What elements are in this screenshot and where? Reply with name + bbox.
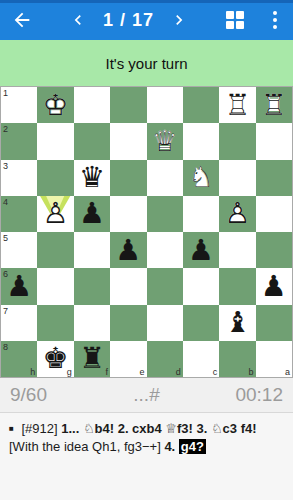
back-button[interactable] bbox=[0, 0, 44, 40]
square-a8[interactable]: a bbox=[256, 341, 292, 377]
rank-label-1: 1 bbox=[3, 88, 8, 98]
puzzle-list-button[interactable] bbox=[213, 0, 257, 40]
square-g6[interactable] bbox=[37, 268, 73, 304]
square-e3[interactable] bbox=[110, 160, 146, 196]
square-b2[interactable] bbox=[219, 123, 255, 159]
overflow-menu-icon bbox=[273, 11, 277, 29]
white-rook-b1[interactable]: ♜♖ bbox=[219, 87, 255, 123]
rank-label-5: 5 bbox=[3, 233, 8, 243]
notation-segment-3: [With the idea Qh1, fg3−+] bbox=[9, 439, 164, 454]
square-b3[interactable] bbox=[219, 160, 255, 196]
square-f4[interactable]: ♟ bbox=[74, 196, 110, 232]
square-a3[interactable] bbox=[256, 160, 292, 196]
file-label-b: b bbox=[249, 367, 254, 377]
square-c4[interactable] bbox=[183, 196, 219, 232]
previous-puzzle-button[interactable] bbox=[65, 0, 91, 40]
square-g5[interactable] bbox=[37, 232, 73, 268]
square-f7[interactable] bbox=[74, 305, 110, 341]
square-d2[interactable]: ♛♕ bbox=[147, 123, 183, 159]
square-h6[interactable]: 6♟ bbox=[1, 268, 37, 304]
rank-label-8: 8 bbox=[3, 342, 8, 352]
puzzle-pager: 1 / 17 bbox=[65, 0, 192, 40]
square-c6[interactable] bbox=[183, 268, 219, 304]
square-d6[interactable] bbox=[147, 268, 183, 304]
rank-label-4: 4 bbox=[3, 197, 8, 207]
square-d8[interactable]: d bbox=[147, 341, 183, 377]
rank-label-2: 2 bbox=[3, 124, 8, 134]
chess-trainer-app: 1 / 17 It's your turn 1♚♔♜♖♜♖2♛♕3♛♞♘4♟♙♟… bbox=[0, 0, 293, 500]
turn-banner: It's your turn bbox=[0, 40, 293, 86]
square-b1[interactable]: ♜♖ bbox=[219, 87, 255, 123]
square-b7[interactable]: ♝ bbox=[219, 305, 255, 341]
square-e7[interactable] bbox=[110, 305, 146, 341]
square-c8[interactable]: c bbox=[183, 341, 219, 377]
file-label-g: g bbox=[67, 367, 72, 377]
white-pawn-g4[interactable]: ♟♙ bbox=[37, 196, 73, 232]
square-a2[interactable] bbox=[256, 123, 292, 159]
puzzle-counter: 1 / 17 bbox=[97, 10, 160, 31]
square-e6[interactable] bbox=[110, 268, 146, 304]
square-c7[interactable] bbox=[183, 305, 219, 341]
white-pawn-b4[interactable]: ♟♙ bbox=[219, 196, 255, 232]
turn-banner-text: It's your turn bbox=[105, 55, 187, 72]
square-b5[interactable] bbox=[219, 232, 255, 268]
square-g4[interactable]: ♟♙ bbox=[37, 196, 73, 232]
square-g3[interactable] bbox=[37, 160, 73, 196]
square-h4[interactable]: 4 bbox=[1, 196, 37, 232]
grid-view-icon bbox=[226, 11, 244, 29]
white-queen-d2[interactable]: ♛♕ bbox=[147, 123, 183, 159]
file-label-e: e bbox=[139, 367, 144, 377]
square-g8[interactable]: g♚ bbox=[37, 341, 73, 377]
square-b4[interactable]: ♟♙ bbox=[219, 196, 255, 232]
square-e5[interactable]: ♟ bbox=[110, 232, 146, 268]
square-a1[interactable]: ♜♖ bbox=[256, 87, 292, 123]
square-f8[interactable]: f♜ bbox=[74, 341, 110, 377]
square-e8[interactable]: e bbox=[110, 341, 146, 377]
rank-label-6: 6 bbox=[3, 269, 8, 279]
square-f6[interactable] bbox=[74, 268, 110, 304]
square-h2[interactable]: 2 bbox=[1, 123, 37, 159]
black-bishop-b7[interactable]: ♝ bbox=[219, 305, 255, 341]
file-label-a: a bbox=[285, 367, 290, 377]
file-label-h: h bbox=[30, 367, 35, 377]
square-d5[interactable] bbox=[147, 232, 183, 268]
square-g2[interactable] bbox=[37, 123, 73, 159]
square-c1[interactable] bbox=[183, 87, 219, 123]
file-label-f: f bbox=[106, 367, 109, 377]
square-h7[interactable]: 7 bbox=[1, 305, 37, 341]
rank-label-7: 7 bbox=[3, 306, 8, 316]
square-a6[interactable]: ♟ bbox=[256, 268, 292, 304]
status-bar: 9/60 ...# 00:12 bbox=[0, 378, 293, 412]
chess-board[interactable]: 1♚♔♜♖♜♖2♛♕3♛♞♘4♟♙♟♟♙5♟♟6♟♟7♝8hg♚f♜edcba bbox=[0, 86, 293, 378]
square-f3[interactable]: ♛ bbox=[74, 160, 110, 196]
square-d3[interactable] bbox=[147, 160, 183, 196]
notation-segment-2: 1... ♘b4! 2. cxb4 ♕f3! 3. ♘c3 f4! bbox=[61, 421, 256, 436]
square-f5[interactable] bbox=[74, 232, 110, 268]
square-d4[interactable] bbox=[147, 196, 183, 232]
file-label-d: d bbox=[176, 367, 181, 377]
square-b6[interactable] bbox=[219, 268, 255, 304]
overflow-menu-button[interactable] bbox=[257, 0, 293, 40]
arrow-left-icon bbox=[11, 9, 33, 31]
square-c5[interactable]: ♟ bbox=[183, 232, 219, 268]
square-c2[interactable] bbox=[183, 123, 219, 159]
next-puzzle-button[interactable] bbox=[166, 0, 192, 40]
square-e2[interactable] bbox=[110, 123, 146, 159]
timer: 00:12 bbox=[213, 384, 293, 406]
chevron-right-icon bbox=[169, 10, 189, 30]
square-d1[interactable] bbox=[147, 87, 183, 123]
white-rook-a1[interactable]: ♜♖ bbox=[256, 87, 292, 123]
square-h3[interactable]: 3 bbox=[1, 160, 37, 196]
square-g7[interactable] bbox=[37, 305, 73, 341]
top-bar: 1 / 17 bbox=[0, 0, 293, 40]
square-f2[interactable] bbox=[74, 123, 110, 159]
black-pawn-e5[interactable]: ♟ bbox=[110, 232, 146, 268]
move-notation[interactable]: ■ [#912] 1... ♘b4! 2. cxb4 ♕f3! 3. ♘c3 f… bbox=[0, 413, 293, 500]
square-e4[interactable] bbox=[110, 196, 146, 232]
square-h5[interactable]: 5 bbox=[1, 232, 37, 268]
square-b8[interactable]: b bbox=[219, 341, 255, 377]
task-objective: ...# bbox=[80, 384, 213, 406]
progress-score: 9/60 bbox=[0, 384, 80, 406]
square-a4[interactable] bbox=[256, 196, 292, 232]
black-queen-f3[interactable]: ♛ bbox=[74, 160, 110, 196]
current-move-highlight[interactable]: g4? bbox=[179, 439, 206, 454]
rank-label-3: 3 bbox=[3, 161, 8, 171]
square-d7[interactable] bbox=[147, 305, 183, 341]
square-g1[interactable]: ♚♔ bbox=[37, 87, 73, 123]
black-pawn-f4[interactable]: ♟ bbox=[74, 196, 110, 232]
square-h1[interactable]: 1 bbox=[1, 87, 37, 123]
black-pawn-c5[interactable]: ♟ bbox=[183, 232, 219, 268]
notation-segment-0: ■ bbox=[9, 424, 14, 433]
black-pawn-a6[interactable]: ♟ bbox=[256, 268, 292, 304]
square-h8[interactable]: 8h bbox=[1, 341, 37, 377]
notation-segment-1: [#912] bbox=[18, 421, 61, 436]
square-c3[interactable]: ♞♘ bbox=[183, 160, 219, 196]
chevron-left-icon bbox=[68, 10, 88, 30]
file-label-c: c bbox=[213, 367, 218, 377]
white-king-g1[interactable]: ♚♔ bbox=[37, 87, 73, 123]
white-knight-c3[interactable]: ♞♘ bbox=[183, 160, 219, 196]
square-a7[interactable] bbox=[256, 305, 292, 341]
square-e1[interactable] bbox=[110, 87, 146, 123]
square-a5[interactable] bbox=[256, 232, 292, 268]
notation-segment-4: 4. bbox=[164, 439, 178, 454]
square-f1[interactable] bbox=[74, 87, 110, 123]
